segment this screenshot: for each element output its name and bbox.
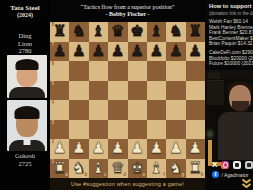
square-d2[interactable]: ♟ (108, 139, 127, 159)
white-bishop-f1: ♝ (150, 161, 164, 177)
black-player-photo (7, 55, 47, 98)
white-rook-a1: ♜ (53, 161, 67, 177)
support-subtitle: (donation link in the description) (209, 11, 253, 16)
black-rook-h8: ♜ (188, 24, 202, 40)
square-c3[interactable] (89, 120, 108, 140)
white-player-name: Gukesh (0, 152, 50, 160)
black-pawn-g7: ♟ (169, 44, 183, 60)
white-queen-d1: ♛ (111, 161, 125, 177)
file-label-d: d (123, 173, 126, 178)
square-a4[interactable]: 4 (50, 100, 69, 120)
x-twitter-icon[interactable]: X (212, 161, 217, 169)
white-king-e1: ♚ (130, 161, 144, 177)
rank-label-6: 6 (52, 62, 55, 67)
square-d8[interactable]: ♛ (108, 22, 127, 42)
facebook-handle: / Agadmator (222, 172, 249, 178)
black-pawn-f7: ♟ (150, 44, 164, 60)
streamer-beard (232, 101, 249, 112)
black-rook-a8: ♜ (53, 24, 67, 40)
square-f5[interactable] (147, 81, 166, 101)
tiktok-icon[interactable] (233, 161, 241, 169)
stream-overlay: Tata Steel (2024) Ding Liren 2780 Gukesh… (0, 0, 253, 190)
facebook-row: f / Agadmator (212, 171, 248, 178)
square-c2[interactable]: ♟ (89, 139, 108, 159)
square-h3[interactable] (186, 120, 205, 140)
webcam-monitor (207, 80, 224, 105)
square-c1[interactable]: c♝ (89, 159, 108, 179)
sponsor-list: CakeDeFi.com $2900 (2021)Blockfolio $200… (209, 50, 253, 67)
square-f7[interactable]: ♟ (147, 42, 166, 62)
list-item: CakeDeFi.com $2900 (2021) (209, 50, 253, 56)
rank-label-8: 8 (52, 23, 55, 28)
black-pawn-d7: ♟ (111, 44, 125, 60)
event-year: (2024) (0, 12, 50, 19)
white-pawn-h2: ♟ (188, 141, 202, 157)
webcam-speaker (208, 72, 220, 79)
square-b6[interactable] (69, 61, 88, 81)
square-g1[interactable]: g♞ (166, 159, 185, 179)
white-player-photo (7, 100, 47, 151)
square-g8[interactable]: ♞ (166, 22, 185, 42)
square-e3[interactable] (128, 120, 147, 140)
square-e5[interactable] (128, 81, 147, 101)
event-info: Tata Steel (2024) (0, 4, 50, 19)
file-label-h: h (201, 173, 204, 178)
square-g2[interactable]: ♟ (166, 139, 185, 159)
square-g6[interactable] (166, 61, 185, 81)
square-a5[interactable]: 5 (50, 81, 69, 101)
file-label-c: c (104, 173, 107, 178)
file-label-e: e (143, 173, 146, 178)
black-bishop-f8: ♝ (150, 24, 164, 40)
file-label-a: a (65, 173, 68, 178)
support-title: How to support the channel (209, 3, 253, 9)
list-item: Welsh Fan $60.14 (209, 19, 253, 25)
square-h1[interactable]: h♜ (186, 159, 205, 179)
square-e6[interactable] (128, 61, 147, 81)
avatar-torso (9, 87, 45, 98)
square-a6[interactable]: 6 (50, 61, 69, 81)
black-knight-g8: ♞ (169, 24, 183, 40)
webcam-lamp-glow (205, 128, 215, 140)
square-g5[interactable] (166, 81, 185, 101)
white-pawn-f2: ♟ (150, 141, 164, 157)
footer-text: Use #suggestion when suggesting a game! (71, 181, 184, 187)
square-g7[interactable]: ♟ (166, 42, 185, 62)
white-bishop-c1: ♝ (91, 161, 105, 177)
players-panel: Tata Steel (2024) Ding Liren 2780 Gukesh… (0, 0, 50, 190)
avatar-collar (24, 139, 31, 145)
chess-board: 8♜♞♝♛♚♝♞♜7♟♟♟♟♟♟♟♟65432♟♟♟♟♟♟♟♟1a♜b♞c♝d♛… (50, 22, 205, 178)
square-f1[interactable]: f♝ (147, 159, 166, 179)
event-name: Tata Steel (0, 4, 50, 12)
square-a7[interactable]: 7♟ (50, 42, 69, 62)
square-d6[interactable] (108, 61, 127, 81)
square-c4[interactable] (89, 100, 108, 120)
square-f2[interactable]: ♟ (147, 139, 166, 159)
square-b8[interactable]: ♞ (69, 22, 88, 42)
white-knight-g1: ♞ (169, 161, 183, 177)
twitch-icon[interactable] (245, 161, 253, 169)
instagram-icon[interactable] (221, 161, 229, 169)
square-h5[interactable] (186, 81, 205, 101)
square-g4[interactable] (166, 100, 185, 120)
square-b2[interactable]: ♟ (69, 139, 88, 159)
square-d5[interactable] (108, 81, 127, 101)
black-queen-d8: ♛ (111, 24, 125, 40)
square-b4[interactable] (69, 100, 88, 120)
square-c7[interactable]: ♟ (89, 42, 108, 62)
black-pawn-b7: ♟ (72, 44, 86, 60)
white-pawn-d2: ♟ (111, 141, 125, 157)
square-g3[interactable] (166, 120, 185, 140)
quote-author: - Bobby Fischer - (105, 11, 149, 19)
white-pawn-a2: ♟ (53, 141, 67, 157)
square-b7[interactable]: ♟ (69, 42, 88, 62)
black-knight-b8: ♞ (72, 24, 86, 40)
square-e7[interactable]: ♟ (128, 42, 147, 62)
file-label-g: g (181, 173, 184, 178)
facebook-icon[interactable]: f (212, 171, 219, 178)
square-c5[interactable] (89, 81, 108, 101)
black-pawn-e7: ♟ (130, 44, 144, 60)
rank-label-5: 5 (52, 82, 55, 87)
square-e8[interactable]: ♚ (128, 22, 147, 42)
file-label-b: b (85, 173, 88, 178)
white-pawn-c2: ♟ (91, 141, 105, 157)
black-pawn-a7: ♟ (53, 44, 67, 60)
square-f3[interactable] (147, 120, 166, 140)
rank-label-4: 4 (52, 101, 55, 106)
square-b3[interactable] (69, 120, 88, 140)
square-a8[interactable]: 8♜ (50, 22, 69, 42)
black-pawn-h7: ♟ (188, 44, 202, 60)
square-h2[interactable]: ♟ (186, 139, 205, 159)
donor-list: Welsh Fan $60.14Mark Hanley Brenner $25F… (209, 19, 253, 47)
square-e2[interactable]: ♟ (128, 139, 147, 159)
square-b5[interactable] (69, 81, 88, 101)
white-pawn-e2: ♟ (130, 141, 144, 157)
rank-label-1: 1 (52, 160, 55, 165)
social-links-row: X (212, 161, 253, 169)
white-rook-h1: ♜ (188, 161, 202, 177)
square-a1[interactable]: 1a♜ (50, 159, 69, 179)
square-d7[interactable]: ♟ (108, 42, 127, 62)
square-e4[interactable] (128, 100, 147, 120)
quote-text: “Tactics flow from a superior position” (80, 4, 174, 12)
rank-label-2: 2 (52, 140, 55, 145)
square-b1[interactable]: b♞ (69, 159, 88, 179)
square-d1[interactable]: d♛ (108, 159, 127, 179)
square-a3[interactable]: 3 (50, 120, 69, 140)
square-a2[interactable]: 2♟ (50, 139, 69, 159)
white-pawn-g2: ♟ (169, 141, 183, 157)
list-item: Future $10000 (2021) (209, 61, 253, 67)
list-item: Frank Benner $20.87 (209, 30, 253, 36)
white-pawn-b2: ♟ (72, 141, 86, 157)
square-h8[interactable]: ♜ (186, 22, 205, 42)
quote-bar: “Tactics flow from a superior position” … (50, 0, 205, 22)
rank-label-7: 7 (52, 43, 55, 48)
list-item: Brian Paquin $14.32 (209, 41, 253, 47)
square-d3[interactable] (108, 120, 127, 140)
square-h6[interactable] (186, 61, 205, 81)
black-king-e8: ♚ (130, 24, 144, 40)
file-label-f: f (163, 173, 165, 178)
square-f8[interactable]: ♝ (147, 22, 166, 42)
black-bishop-c8: ♝ (91, 24, 105, 40)
avatar-hair (16, 59, 39, 70)
square-f4[interactable] (147, 100, 166, 120)
square-c8[interactable]: ♝ (89, 22, 108, 42)
black-player-rating: 2780 (0, 47, 50, 55)
black-pawn-c7: ♟ (91, 44, 105, 60)
black-player-info: Ding Liren 2780 (0, 32, 50, 55)
square-h7[interactable]: ♟ (186, 42, 205, 62)
black-player-last-name: Liren (0, 40, 50, 48)
square-h4[interactable] (186, 100, 205, 120)
avatar-hair (15, 106, 40, 119)
white-player-info: Gukesh 2725 (0, 152, 50, 167)
rank-label-3: 3 (52, 121, 55, 126)
scroll-down-chevron-icon (241, 178, 252, 189)
white-player-rating: 2725 (0, 160, 50, 168)
square-c6[interactable] (89, 61, 108, 81)
footer-bar: Use #suggestion when suggesting a game! (50, 178, 205, 190)
square-e1[interactable]: e♚ (128, 159, 147, 179)
black-player-first-name: Ding (0, 32, 50, 40)
white-knight-b1: ♞ (72, 161, 86, 177)
square-d4[interactable] (108, 100, 127, 120)
square-f6[interactable] (147, 61, 166, 81)
